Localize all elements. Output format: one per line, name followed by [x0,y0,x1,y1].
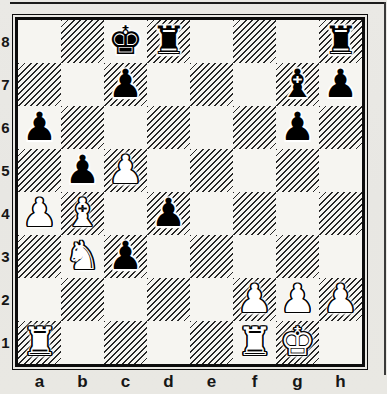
square-c7[interactable]: ♟ [104,63,147,106]
square-f2[interactable]: ♟ [233,278,276,321]
square-e8[interactable] [190,20,233,63]
piece-black-pawn-h7[interactable]: ♟ [323,64,358,103]
piece-white-rook-a1[interactable]: ♜ [22,322,57,361]
square-c6[interactable] [104,106,147,149]
square-b6[interactable] [61,106,104,149]
square-d4[interactable]: ♟ [147,192,190,235]
piece-black-pawn-a6[interactable]: ♟ [22,107,57,146]
square-c4[interactable] [104,192,147,235]
board: ♚♜♜♟♝♟♟♟♟♟♟♝♟♞♟♟♟♟♜♜♚ [15,17,365,367]
piece-black-pawn-g6[interactable]: ♟ [280,107,315,146]
file-label-b: b [61,371,104,393]
rank-label-2: 2 [0,278,11,321]
file-label-e: e [190,371,233,393]
square-g3[interactable] [276,235,319,278]
file-label-g: g [276,371,319,393]
rank-label-4: 4 [0,192,11,235]
square-f7[interactable] [233,63,276,106]
square-e5[interactable] [190,149,233,192]
square-b7[interactable] [61,63,104,106]
rank-label-6: 6 [0,106,11,149]
square-a5[interactable] [18,149,61,192]
square-e7[interactable] [190,63,233,106]
piece-black-pawn-b5[interactable]: ♟ [65,150,100,189]
piece-black-rook-d8[interactable]: ♜ [151,21,186,60]
square-f3[interactable] [233,235,276,278]
square-f5[interactable] [233,149,276,192]
chess-diagram: 87654321 ♚♜♜♟♝♟♟♟♟♟♟♝♟♞♟♟♟♟♜♜♚ abcdefgh [0,0,387,394]
piece-white-king-g1[interactable]: ♚ [280,322,315,361]
rank-label-8: 8 [0,20,11,63]
piece-black-bishop-g7[interactable]: ♝ [280,64,315,103]
square-h8[interactable]: ♜ [319,20,362,63]
square-g5[interactable] [276,149,319,192]
rank-label-1: 1 [0,321,11,364]
square-f8[interactable] [233,20,276,63]
square-a7[interactable] [18,63,61,106]
square-g4[interactable] [276,192,319,235]
file-label-c: c [104,371,147,393]
piece-white-knight-b3[interactable]: ♞ [65,236,100,275]
square-b5[interactable]: ♟ [61,149,104,192]
square-d1[interactable] [147,321,190,364]
square-a4[interactable]: ♟ [18,192,61,235]
file-label-d: d [147,371,190,393]
piece-white-pawn-c5[interactable]: ♟ [108,150,143,189]
square-g1[interactable]: ♚ [276,321,319,364]
square-d8[interactable]: ♜ [147,20,190,63]
square-c3[interactable]: ♟ [104,235,147,278]
square-g8[interactable] [276,20,319,63]
square-h7[interactable]: ♟ [319,63,362,106]
piece-white-pawn-f2[interactable]: ♟ [237,279,272,318]
square-d6[interactable] [147,106,190,149]
square-g6[interactable]: ♟ [276,106,319,149]
square-f4[interactable] [233,192,276,235]
square-d2[interactable] [147,278,190,321]
square-c5[interactable]: ♟ [104,149,147,192]
square-c8[interactable]: ♚ [104,20,147,63]
piece-white-rook-f1[interactable]: ♜ [237,322,272,361]
piece-black-pawn-c3[interactable]: ♟ [108,236,143,275]
square-a6[interactable]: ♟ [18,106,61,149]
square-b8[interactable] [61,20,104,63]
rank-labels: 87654321 [0,20,11,364]
square-e2[interactable] [190,278,233,321]
piece-black-rook-h8[interactable]: ♜ [323,21,358,60]
square-e4[interactable] [190,192,233,235]
scan-line-top [10,2,384,4]
square-h3[interactable] [319,235,362,278]
square-e3[interactable] [190,235,233,278]
square-h6[interactable] [319,106,362,149]
piece-black-king-c8[interactable]: ♚ [108,21,143,60]
square-a1[interactable]: ♜ [18,321,61,364]
square-b2[interactable] [61,278,104,321]
rank-label-7: 7 [0,63,11,106]
square-g7[interactable]: ♝ [276,63,319,106]
rank-label-3: 3 [0,235,11,278]
square-c1[interactable] [104,321,147,364]
board-frame: ♚♜♜♟♝♟♟♟♟♟♟♝♟♞♟♟♟♟♜♜♚ [12,14,368,370]
piece-black-pawn-d4[interactable]: ♟ [151,193,186,232]
piece-white-pawn-a4[interactable]: ♟ [22,193,57,232]
square-a8[interactable] [18,20,61,63]
square-b1[interactable] [61,321,104,364]
square-d5[interactable] [147,149,190,192]
square-h4[interactable] [319,192,362,235]
piece-black-pawn-c7[interactable]: ♟ [108,64,143,103]
square-b3[interactable]: ♞ [61,235,104,278]
square-e1[interactable] [190,321,233,364]
square-f1[interactable]: ♜ [233,321,276,364]
file-label-h: h [319,371,362,393]
square-c2[interactable] [104,278,147,321]
square-a2[interactable] [18,278,61,321]
square-d3[interactable] [147,235,190,278]
square-e6[interactable] [190,106,233,149]
piece-white-bishop-b4[interactable]: ♝ [65,193,100,232]
file-label-a: a [18,371,61,393]
square-h2[interactable]: ♟ [319,278,362,321]
piece-white-pawn-g2[interactable]: ♟ [280,279,315,318]
scan-line-right [384,2,386,375]
square-d7[interactable] [147,63,190,106]
square-a3[interactable] [18,235,61,278]
square-f6[interactable] [233,106,276,149]
file-labels: abcdefgh [18,371,362,393]
piece-white-pawn-h2[interactable]: ♟ [323,279,358,318]
square-b4[interactable]: ♝ [61,192,104,235]
square-g2[interactable]: ♟ [276,278,319,321]
rank-label-5: 5 [0,149,11,192]
square-h5[interactable] [319,149,362,192]
square-h1[interactable] [319,321,362,364]
file-label-f: f [233,371,276,393]
